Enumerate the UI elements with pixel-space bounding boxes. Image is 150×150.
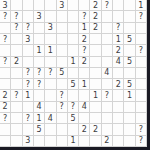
cell-r7c12[interactable] bbox=[124, 68, 135, 79]
cell-r13c2[interactable] bbox=[11, 136, 22, 147]
cell-r9c11[interactable] bbox=[113, 90, 124, 101]
cell-r1c6[interactable]: 3 bbox=[57, 0, 68, 11]
cell-r5c9[interactable] bbox=[90, 45, 101, 56]
cell-r8c1[interactable] bbox=[0, 79, 11, 90]
cell-r11c2[interactable] bbox=[11, 113, 22, 124]
cell-r13c5[interactable] bbox=[45, 136, 56, 147]
cell-r11c10[interactable] bbox=[102, 113, 113, 124]
cell-r10c3[interactable] bbox=[23, 102, 34, 113]
cell-r5c7[interactable] bbox=[68, 45, 79, 56]
cell-r10c1[interactable]: 2 bbox=[0, 102, 11, 113]
cell-r7c9[interactable] bbox=[90, 68, 101, 79]
cell-r4c10[interactable] bbox=[102, 34, 113, 45]
cell-r5c2[interactable] bbox=[11, 45, 22, 56]
cell-r13c10[interactable]: 2 bbox=[102, 136, 113, 147]
cell-r2c12[interactable] bbox=[124, 11, 135, 22]
cell-r10c4[interactable]: 4 bbox=[34, 102, 45, 113]
cell-r13c1[interactable] bbox=[0, 136, 11, 147]
cell-r5c11[interactable]: 2 bbox=[113, 45, 124, 56]
cell-r2c5[interactable] bbox=[45, 11, 56, 22]
cell-r12c9[interactable]: 2 bbox=[90, 124, 101, 135]
cell-r10c7[interactable]: ? bbox=[68, 102, 79, 113]
cell-r12c6[interactable] bbox=[57, 124, 68, 135]
cell-r2c2[interactable]: ? bbox=[11, 11, 22, 22]
cell-r6c2[interactable]: 2 bbox=[11, 57, 22, 68]
cell-r8c11[interactable]: 2 bbox=[113, 79, 124, 90]
cell-r6c7[interactable]: 1 bbox=[68, 57, 79, 68]
cell-r3c5[interactable]: 3 bbox=[45, 23, 56, 34]
cell-r12c7[interactable] bbox=[68, 124, 79, 135]
cell-r5c8[interactable]: ? bbox=[79, 45, 90, 56]
cell-r10c9[interactable] bbox=[90, 102, 101, 113]
cell-r4c12[interactable]: 5 bbox=[124, 34, 135, 45]
cell-r8c13[interactable] bbox=[136, 79, 147, 90]
cell-r2c13[interactable]: ? bbox=[136, 11, 147, 22]
cell-r7c1[interactable] bbox=[0, 68, 11, 79]
cell-r1c4[interactable] bbox=[34, 0, 45, 11]
cell-r3c11[interactable]: ? bbox=[113, 23, 124, 34]
cell-r9c10[interactable]: ? bbox=[102, 90, 113, 101]
cell-r9c5[interactable] bbox=[45, 90, 56, 101]
cell-r5c12[interactable] bbox=[124, 45, 135, 56]
cell-r13c6[interactable] bbox=[57, 136, 68, 147]
cell-r2c11[interactable] bbox=[113, 11, 124, 22]
cell-r5c4[interactable]: 1 bbox=[34, 45, 45, 56]
cell-r2c3[interactable] bbox=[23, 11, 34, 22]
cell-r4c2[interactable] bbox=[11, 34, 22, 45]
cell-r3c4[interactable] bbox=[34, 23, 45, 34]
cell-r9c8[interactable] bbox=[79, 90, 90, 101]
cell-r6c11[interactable]: 4 bbox=[113, 57, 124, 68]
cell-r4c11[interactable]: 1 bbox=[113, 34, 124, 45]
cell-r2c7[interactable] bbox=[68, 11, 79, 22]
cell-r13c11[interactable] bbox=[113, 136, 124, 147]
cell-r3c2[interactable]: ? bbox=[11, 23, 22, 34]
cell-r1c5[interactable] bbox=[45, 0, 56, 11]
cell-r11c6[interactable] bbox=[57, 113, 68, 124]
cell-r11c8[interactable] bbox=[79, 113, 90, 124]
cell-r6c4[interactable] bbox=[34, 57, 45, 68]
cell-r3c9[interactable]: 2 bbox=[90, 23, 101, 34]
cell-r1c8[interactable] bbox=[79, 0, 90, 11]
cell-r10c8[interactable]: 4 bbox=[79, 102, 90, 113]
cell-r12c12[interactable] bbox=[124, 124, 135, 135]
cell-r2c10[interactable] bbox=[102, 11, 113, 22]
cell-r5c1[interactable] bbox=[0, 45, 11, 56]
cell-r10c2[interactable] bbox=[11, 102, 22, 113]
cell-r1c12[interactable] bbox=[124, 0, 135, 11]
cell-r2c1[interactable]: ? bbox=[0, 11, 11, 22]
cell-r11c1[interactable]: ? bbox=[0, 113, 11, 124]
cell-r13c7[interactable]: 1 bbox=[68, 136, 79, 147]
cell-r8c6[interactable] bbox=[57, 79, 68, 90]
cell-r11c13[interactable] bbox=[136, 113, 147, 124]
cell-r9c13[interactable] bbox=[136, 90, 147, 101]
cell-r9c3[interactable]: 1 bbox=[23, 90, 34, 101]
cell-r2c8[interactable]: ? bbox=[79, 11, 90, 22]
cell-r3c1[interactable] bbox=[0, 23, 11, 34]
cell-r1c9[interactable]: 2 bbox=[90, 0, 101, 11]
cell-r8c3[interactable]: ? bbox=[23, 79, 34, 90]
cell-r8c9[interactable] bbox=[90, 79, 101, 90]
cell-r1c3[interactable] bbox=[23, 0, 34, 11]
cell-r3c10[interactable] bbox=[102, 23, 113, 34]
cell-r11c3[interactable]: ? bbox=[23, 113, 34, 124]
cell-r3c6[interactable] bbox=[57, 23, 68, 34]
cell-r1c1[interactable]: 3 bbox=[0, 0, 11, 11]
cell-r8c8[interactable]: 1 bbox=[79, 79, 90, 90]
cell-r7c7[interactable] bbox=[68, 68, 79, 79]
cell-r8c7[interactable]: 5 bbox=[68, 79, 79, 90]
cell-r11c4[interactable]: 1 bbox=[34, 113, 45, 124]
cell-r5c13[interactable]: ? bbox=[136, 45, 147, 56]
cell-r12c4[interactable]: 5 bbox=[34, 124, 45, 135]
cell-r4c6[interactable] bbox=[57, 34, 68, 45]
cell-r4c7[interactable] bbox=[68, 34, 79, 45]
cell-r4c8[interactable]: 2 bbox=[79, 34, 90, 45]
cell-r9c9[interactable]: 1 bbox=[90, 90, 101, 101]
cell-r6c10[interactable] bbox=[102, 57, 113, 68]
puzzle-board: 332?1??3?2???312??321511?2??21245???54??… bbox=[0, 0, 147, 147]
cell-r12c10[interactable] bbox=[102, 124, 113, 135]
cell-r12c2[interactable] bbox=[11, 124, 22, 135]
cell-r10c5[interactable] bbox=[45, 102, 56, 113]
cell-r12c3[interactable] bbox=[23, 124, 34, 135]
cell-r13c8[interactable] bbox=[79, 136, 90, 147]
cell-r6c6[interactable] bbox=[57, 57, 68, 68]
cell-r6c3[interactable] bbox=[23, 57, 34, 68]
cell-r1c13[interactable]: 1 bbox=[136, 0, 147, 11]
cell-r6c13[interactable] bbox=[136, 57, 147, 68]
cell-r3c7[interactable] bbox=[68, 23, 79, 34]
cell-r7c3[interactable]: ? bbox=[23, 68, 34, 79]
cell-r1c7[interactable] bbox=[68, 0, 79, 11]
cell-r6c9[interactable] bbox=[90, 57, 101, 68]
cell-r6c1[interactable]: ? bbox=[0, 57, 11, 68]
cell-r7c10[interactable]: 4 bbox=[102, 68, 113, 79]
cell-r12c5[interactable] bbox=[45, 124, 56, 135]
cell-r13c13[interactable]: ? bbox=[136, 136, 147, 147]
cell-r7c6[interactable]: 5 bbox=[57, 68, 68, 79]
cell-r5c10[interactable] bbox=[102, 45, 113, 56]
cell-r9c6[interactable]: ? bbox=[57, 90, 68, 101]
cell-r2c9[interactable]: 2 bbox=[90, 11, 101, 22]
cell-r8c10[interactable] bbox=[102, 79, 113, 90]
cell-r4c5[interactable] bbox=[45, 34, 56, 45]
cell-r4c4[interactable] bbox=[34, 34, 45, 45]
cell-r7c8[interactable] bbox=[79, 68, 90, 79]
cell-r8c4[interactable]: ? bbox=[34, 79, 45, 90]
cell-r5c3[interactable] bbox=[23, 45, 34, 56]
cell-r12c1[interactable] bbox=[0, 124, 11, 135]
cell-r2c6[interactable] bbox=[57, 11, 68, 22]
cell-r13c12[interactable] bbox=[124, 136, 135, 147]
cell-r5c6[interactable] bbox=[57, 45, 68, 56]
cell-r12c8[interactable]: 2 bbox=[79, 124, 90, 135]
cell-r11c11[interactable] bbox=[113, 113, 124, 124]
cell-r10c13[interactable] bbox=[136, 102, 147, 113]
cell-r1c2[interactable] bbox=[11, 0, 22, 11]
cell-r3c3[interactable]: ? bbox=[23, 23, 34, 34]
cell-r11c7[interactable]: 5 bbox=[68, 113, 79, 124]
cell-r10c11[interactable] bbox=[113, 102, 124, 113]
cell-r9c2[interactable]: ? bbox=[11, 90, 22, 101]
cell-r10c12[interactable] bbox=[124, 102, 135, 113]
cell-r2c4[interactable]: 3 bbox=[34, 11, 45, 22]
cell-r13c9[interactable] bbox=[90, 136, 101, 147]
cell-r3c13[interactable] bbox=[136, 23, 147, 34]
cell-r3c8[interactable]: 1 bbox=[79, 23, 90, 34]
cell-r9c1[interactable]: 2 bbox=[0, 90, 11, 101]
cell-r10c10[interactable] bbox=[102, 102, 113, 113]
cell-r8c5[interactable] bbox=[45, 79, 56, 90]
cell-r9c4[interactable] bbox=[34, 90, 45, 101]
cell-r13c3[interactable]: 3 bbox=[23, 136, 34, 147]
puzzle-screen: 332?1??3?2???312??321511?2??21245???54??… bbox=[0, 0, 150, 150]
cell-r4c3[interactable]: 3 bbox=[23, 34, 34, 45]
cell-r3c12[interactable] bbox=[124, 23, 135, 34]
cell-r4c9[interactable] bbox=[90, 34, 101, 45]
cell-r6c12[interactable]: 5 bbox=[124, 57, 135, 68]
cell-r7c2[interactable] bbox=[11, 68, 22, 79]
cell-r12c13[interactable]: ? bbox=[136, 124, 147, 135]
cell-r6c5[interactable] bbox=[45, 57, 56, 68]
cell-r13c4[interactable] bbox=[34, 136, 45, 147]
cell-r11c9[interactable] bbox=[90, 113, 101, 124]
cell-r11c12[interactable] bbox=[124, 113, 135, 124]
cell-r9c12[interactable]: 1 bbox=[124, 90, 135, 101]
cell-r8c12[interactable]: 5 bbox=[124, 79, 135, 90]
cell-r10c6[interactable]: ? bbox=[57, 102, 68, 113]
cell-r7c4[interactable]: ? bbox=[34, 68, 45, 79]
cell-r7c5[interactable]: ? bbox=[45, 68, 56, 79]
cell-r8c2[interactable] bbox=[11, 79, 22, 90]
cell-r1c11[interactable] bbox=[113, 0, 124, 11]
cell-r1c10[interactable]: ? bbox=[102, 0, 113, 11]
cell-r9c7[interactable] bbox=[68, 90, 79, 101]
cell-r4c1[interactable]: ? bbox=[0, 34, 11, 45]
cell-r11c5[interactable]: 4 bbox=[45, 113, 56, 124]
cell-r7c11[interactable] bbox=[113, 68, 124, 79]
cell-r12c11[interactable] bbox=[113, 124, 124, 135]
cell-r5c5[interactable]: 1 bbox=[45, 45, 56, 56]
cell-r7c13[interactable] bbox=[136, 68, 147, 79]
cell-r6c8[interactable]: 2 bbox=[79, 57, 90, 68]
cell-r4c13[interactable] bbox=[136, 34, 147, 45]
